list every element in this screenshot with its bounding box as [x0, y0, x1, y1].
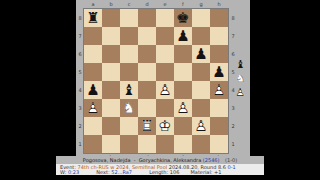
square-b8[interactable]: [102, 9, 120, 27]
black-pawn-icon: ♟: [210, 63, 228, 81]
square-a4[interactable]: ♟: [84, 81, 102, 99]
square-c5[interactable]: [120, 63, 138, 81]
square-h1[interactable]: [210, 135, 228, 153]
square-a3[interactable]: ♟♙: [84, 99, 102, 117]
white-pawn-icon: ♟♙: [174, 99, 192, 117]
black-player-name: Goryachkina, Aleksandra: [139, 157, 202, 163]
black-pawn-icon: ♟: [192, 45, 210, 63]
file-label-top-h: h: [210, 1, 228, 7]
square-b6[interactable]: [102, 45, 120, 63]
black-bishop-icon: ♝: [120, 81, 138, 99]
white-pawn-icon: ♟♙: [192, 117, 210, 135]
square-d4[interactable]: [138, 81, 156, 99]
square-c2[interactable]: [120, 117, 138, 135]
square-g1[interactable]: [192, 135, 210, 153]
file-label-top-c: c: [120, 1, 138, 7]
result-tag: (1-0): [225, 157, 237, 163]
square-b1[interactable]: [102, 135, 120, 153]
square-e5[interactable]: [156, 63, 174, 81]
square-d5[interactable]: [138, 63, 156, 81]
file-label-top-f: f: [174, 1, 192, 7]
rank-label-left-2: 2: [77, 117, 83, 135]
rank-label-right-3: 3: [230, 99, 236, 117]
rank-label-left-8: 8: [77, 9, 83, 27]
square-g5[interactable]: [192, 63, 210, 81]
square-f4[interactable]: [174, 81, 192, 99]
rank-label-left-3: 3: [77, 99, 83, 117]
rank-label-left-7: 7: [77, 27, 83, 45]
square-e2[interactable]: ♚♔: [156, 117, 174, 135]
white-king-icon: ♚♔: [156, 117, 174, 135]
square-b3[interactable]: [102, 99, 120, 117]
square-c7[interactable]: [120, 27, 138, 45]
square-c6[interactable]: [120, 45, 138, 63]
material-label: Material:: [191, 169, 213, 175]
black-player-rating: (2546): [203, 157, 220, 163]
rank-labels-left: 87654321: [77, 9, 83, 153]
file-labels-top: abcdefgh: [84, 1, 228, 7]
rank-label-left-5: 5: [77, 63, 83, 81]
file-label-top-d: d: [138, 1, 156, 7]
clock-label: W:: [60, 169, 66, 175]
file-label-top-e: e: [156, 1, 174, 7]
event-result: 0-1: [227, 164, 235, 170]
rank-label-left-6: 6: [77, 45, 83, 63]
chess-board: ♜♚♟♟♟♟♝♟♙♟♙♟♙♞♘♟♙♜♖♚♔♟♙: [84, 9, 228, 153]
square-e7[interactable]: [156, 27, 174, 45]
rank-label-left-4: 4: [77, 81, 83, 99]
square-g6[interactable]: ♟: [192, 45, 210, 63]
square-f7[interactable]: ♟: [174, 27, 192, 45]
square-a1[interactable]: [84, 135, 102, 153]
square-d7[interactable]: [138, 27, 156, 45]
white-pawn-icon: ♟♙: [210, 81, 228, 99]
square-b2[interactable]: [102, 117, 120, 135]
square-e8[interactable]: [156, 9, 174, 27]
square-c8[interactable]: [120, 9, 138, 27]
square-h6[interactable]: [210, 45, 228, 63]
square-a5[interactable]: [84, 63, 102, 81]
next-move-value: 52...Ra7: [111, 169, 132, 175]
black-rook-icon: ♜: [84, 9, 102, 27]
square-e6[interactable]: [156, 45, 174, 63]
rank-label-right-1: 1: [230, 135, 236, 153]
square-c1[interactable]: [120, 135, 138, 153]
black-pawn-icon: ♟: [84, 81, 102, 99]
length-value: 106: [170, 169, 180, 175]
white-pawn-icon: ♟♙: [234, 86, 247, 99]
rank-label-right-8: 8: [230, 9, 236, 27]
square-e1[interactable]: [156, 135, 174, 153]
length-label: Length:: [149, 169, 168, 175]
white-knight-icon: ♞♘: [120, 99, 138, 117]
square-g4[interactable]: [192, 81, 210, 99]
square-e3[interactable]: [156, 99, 174, 117]
square-b7[interactable]: [102, 27, 120, 45]
square-f3[interactable]: ♟♙: [174, 99, 192, 117]
square-g7[interactable]: [192, 27, 210, 45]
rank-label-left-1: 1: [77, 135, 83, 153]
square-d2[interactable]: ♜♖: [138, 117, 156, 135]
black-bishop-icon: ♝: [234, 58, 247, 71]
black-pawn-icon: ♟: [174, 27, 192, 45]
material-difference-tray: ♝♞♘♟♙: [234, 58, 248, 99]
white-pawn-icon: ♟♙: [156, 81, 174, 99]
rank-label-right-2: 2: [230, 117, 236, 135]
square-f8[interactable]: ♚: [174, 9, 192, 27]
square-h7[interactable]: [210, 27, 228, 45]
white-knight-icon: ♞♘: [234, 72, 247, 85]
white-pawn-icon: ♟♙: [84, 99, 102, 117]
square-b4[interactable]: [102, 81, 120, 99]
stats-line: W: 0:23 Next: 52...Ra7 Length: 106 Mater…: [60, 170, 221, 175]
square-a2[interactable]: [84, 117, 102, 135]
square-d8[interactable]: [138, 9, 156, 27]
square-a8[interactable]: ♜: [84, 9, 102, 27]
square-f5[interactable]: [174, 63, 192, 81]
file-label-top-b: b: [102, 1, 120, 7]
square-g8[interactable]: [192, 9, 210, 27]
square-h5[interactable]: ♟: [210, 63, 228, 81]
file-label-top-g: g: [192, 1, 210, 7]
square-a6[interactable]: [84, 45, 102, 63]
players-separator: -: [132, 157, 139, 163]
rank-label-right-7: 7: [230, 27, 236, 45]
square-g2[interactable]: ♟♙: [192, 117, 210, 135]
material-value: +1: [214, 169, 221, 175]
square-f6[interactable]: [174, 45, 192, 63]
video-frame: abcdefgh abcdefgh 87654321 87654321 ♜♚♟♟…: [0, 0, 320, 180]
square-e4[interactable]: ♟♙: [156, 81, 174, 99]
clock-value: 0:23: [68, 169, 79, 175]
square-h4[interactable]: ♟♙: [210, 81, 228, 99]
square-g3[interactable]: [192, 99, 210, 117]
next-move-label: Next:: [96, 169, 109, 175]
square-c4[interactable]: ♝: [120, 81, 138, 99]
square-f1[interactable]: [174, 135, 192, 153]
square-b5[interactable]: [102, 63, 120, 81]
square-h2[interactable]: [210, 117, 228, 135]
game-info-strip: Event: 74th ch-RUS w 2024, Semifinal Poo…: [56, 164, 264, 175]
square-a7[interactable]: [84, 27, 102, 45]
square-d3[interactable]: [138, 99, 156, 117]
square-h8[interactable]: [210, 9, 228, 27]
square-d6[interactable]: [138, 45, 156, 63]
square-h3[interactable]: [210, 99, 228, 117]
square-f2[interactable]: [174, 117, 192, 135]
white-player-name: Pogosova, Nadejda: [83, 157, 131, 163]
black-king-icon: ♚: [174, 9, 192, 27]
square-d1[interactable]: [138, 135, 156, 153]
white-rook-icon: ♜♖: [138, 117, 156, 135]
file-label-top-a: a: [84, 1, 102, 7]
square-c3[interactable]: ♞♘: [120, 99, 138, 117]
